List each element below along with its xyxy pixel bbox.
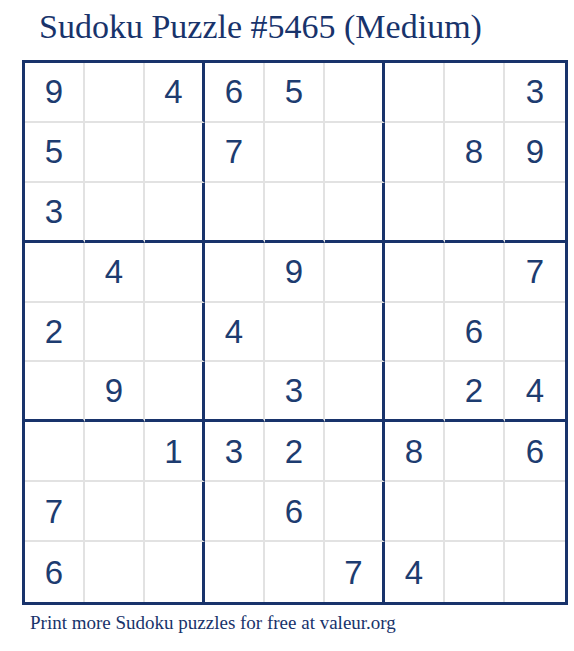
cell-r4c6: [325, 243, 385, 303]
cell-r6c4: [205, 362, 265, 422]
cell-r9c4: [205, 542, 265, 602]
cell-r1c5: 5: [265, 63, 325, 123]
cell-r6c8: 2: [445, 362, 505, 422]
footer-text: Print more Sudoku puzzles for free at va…: [30, 612, 396, 634]
cell-r6c2: 9: [85, 362, 145, 422]
cell-r5c9: [505, 303, 565, 363]
cell-r4c7: [385, 243, 445, 303]
cell-r6c7: [385, 362, 445, 422]
cell-r8c8: [445, 482, 505, 542]
cell-r9c3: [145, 542, 205, 602]
cell-r2c9: 9: [505, 123, 565, 183]
cell-r6c5: 3: [265, 362, 325, 422]
cell-r9c8: [445, 542, 505, 602]
cell-r1c3: 4: [145, 63, 205, 123]
cell-r8c7: [385, 482, 445, 542]
cell-r5c1: 2: [25, 303, 85, 363]
cell-r3c8: [445, 183, 505, 243]
cell-r3c7: [385, 183, 445, 243]
cell-r2c5: [265, 123, 325, 183]
cell-r8c5: 6: [265, 482, 325, 542]
cell-r2c7: [385, 123, 445, 183]
cell-r8c2: [85, 482, 145, 542]
cell-r1c7: [385, 63, 445, 123]
cell-r5c8: 6: [445, 303, 505, 363]
cell-r6c6: [325, 362, 385, 422]
cell-r2c8: 8: [445, 123, 505, 183]
cell-r7c7: 8: [385, 422, 445, 482]
cell-r2c3: [145, 123, 205, 183]
cell-r7c8: [445, 422, 505, 482]
cell-r9c9: [505, 542, 565, 602]
cell-r1c9: 3: [505, 63, 565, 123]
cell-r8c4: [205, 482, 265, 542]
cell-r7c9: 6: [505, 422, 565, 482]
cell-r5c5: [265, 303, 325, 363]
cell-r4c8: [445, 243, 505, 303]
cell-r4c5: 9: [265, 243, 325, 303]
cell-r7c4: 3: [205, 422, 265, 482]
cell-r1c8: [445, 63, 505, 123]
cell-r3c6: [325, 183, 385, 243]
cell-r9c1: 6: [25, 542, 85, 602]
cell-r4c9: 7: [505, 243, 565, 303]
cell-r7c2: [85, 422, 145, 482]
cell-r8c3: [145, 482, 205, 542]
cell-r8c1: 7: [25, 482, 85, 542]
cell-r3c4: [205, 183, 265, 243]
cell-r9c2: [85, 542, 145, 602]
cell-r5c6: [325, 303, 385, 363]
cell-r2c2: [85, 123, 145, 183]
cell-r2c4: 7: [205, 123, 265, 183]
cell-r3c2: [85, 183, 145, 243]
cell-r6c9: 4: [505, 362, 565, 422]
cell-r4c4: [205, 243, 265, 303]
cell-r9c7: 4: [385, 542, 445, 602]
cell-r9c6: 7: [325, 542, 385, 602]
cell-r4c1: [25, 243, 85, 303]
sudoku-board: 946535789349724693241328676674: [22, 60, 568, 605]
cell-r6c1: [25, 362, 85, 422]
cell-r4c2: 4: [85, 243, 145, 303]
cell-r6c3: [145, 362, 205, 422]
cell-r7c5: 2: [265, 422, 325, 482]
cell-r1c6: [325, 63, 385, 123]
cell-r1c4: 6: [205, 63, 265, 123]
cell-r1c2: [85, 63, 145, 123]
cell-r3c9: [505, 183, 565, 243]
cell-r2c1: 5: [25, 123, 85, 183]
cell-r7c3: 1: [145, 422, 205, 482]
cell-r7c6: [325, 422, 385, 482]
page-title: Sudoku Puzzle #5465 (Medium): [39, 8, 482, 46]
cell-r3c1: 3: [25, 183, 85, 243]
cell-r5c2: [85, 303, 145, 363]
cell-r3c5: [265, 183, 325, 243]
cell-r5c4: 4: [205, 303, 265, 363]
cell-r8c9: [505, 482, 565, 542]
cell-r4c3: [145, 243, 205, 303]
cell-r3c3: [145, 183, 205, 243]
cell-r1c1: 9: [25, 63, 85, 123]
cell-r8c6: [325, 482, 385, 542]
cell-r2c6: [325, 123, 385, 183]
cell-r5c3: [145, 303, 205, 363]
cell-r7c1: [25, 422, 85, 482]
cell-r5c7: [385, 303, 445, 363]
cell-r9c5: [265, 542, 325, 602]
